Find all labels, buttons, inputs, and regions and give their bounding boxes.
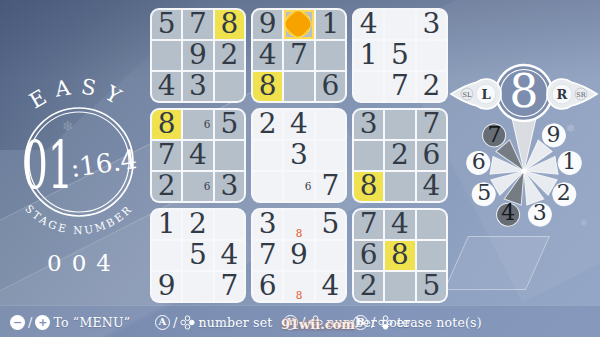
cell-r2c5[interactable]: 7 <box>284 41 313 70</box>
box-8: 38579684 <box>251 208 347 303</box>
cell-digit: 7 <box>422 110 440 138</box>
cell-r8c1[interactable] <box>152 241 181 270</box>
wheel-hub <box>521 168 526 173</box>
cell-digit: 5 <box>158 10 176 38</box>
cell-r6c6[interactable]: 7 <box>316 172 345 201</box>
stage-info-panel: EASY 01 :16.4 STAGE NUMBER 004 <box>0 75 160 290</box>
cell-r7c7[interactable]: 7 <box>354 210 383 239</box>
wheel-number-2: 2 <box>557 180 571 205</box>
cell-r3c6[interactable]: 6 <box>316 72 345 101</box>
cell-r1c7[interactable]: 4 <box>354 10 383 39</box>
cell-r7c5[interactable]: 8 <box>284 210 313 239</box>
cell-digit: 2 <box>259 110 277 138</box>
cell-r4c4[interactable]: 2 <box>253 110 282 139</box>
cell-digit: 4 <box>189 141 207 169</box>
cell-r6c3[interactable]: 3 <box>215 172 244 201</box>
cell-digit: 3 <box>422 10 440 38</box>
box-9: 746825 <box>352 208 448 303</box>
cell-digit: 7 <box>189 10 207 38</box>
note-digit: 6 <box>304 181 313 192</box>
cell-r9c1[interactable]: 9 <box>152 272 181 301</box>
timer-minutes: 01 <box>22 128 73 204</box>
cell-digit: 7 <box>158 141 176 169</box>
cell-r9c6[interactable]: 4 <box>316 272 345 301</box>
stage-number-value: 004 <box>47 250 121 276</box>
cell-r8c4[interactable]: 7 <box>253 241 282 270</box>
cell-r9c4[interactable]: 6 <box>253 272 282 301</box>
cell-digit: 9 <box>158 272 176 300</box>
cell-r5c2[interactable]: 4 <box>183 141 212 170</box>
cell-digit: 4 <box>422 172 440 200</box>
cell-r8c8[interactable]: 8 <box>385 241 414 270</box>
cell-digit: 7 <box>220 272 238 300</box>
cell-digit: 1 <box>321 10 339 38</box>
sr-button-label: SR <box>576 91 586 99</box>
cell-r6c5[interactable]: 6 <box>284 172 313 201</box>
hint-a: A/number set <box>155 306 273 337</box>
cell-r2c8[interactable]: 5 <box>385 41 414 70</box>
cell-r9c5[interactable]: 8 <box>284 272 313 301</box>
cell-r4c8[interactable] <box>385 110 414 139</box>
cell-digit: 9 <box>259 10 277 38</box>
cell-r4c6[interactable] <box>316 110 345 139</box>
wheel-number-6: 6 <box>472 149 486 174</box>
cell-r3c3[interactable] <box>215 72 244 101</box>
cell-digit: 5 <box>321 210 339 238</box>
cell-digit: 5 <box>422 272 440 300</box>
cell-r4c3[interactable]: 5 <box>215 110 244 139</box>
cell-digit: 7 <box>391 72 409 100</box>
b-button-icon[interactable]: B <box>353 315 368 330</box>
cell-r2c2[interactable]: 9 <box>183 41 212 70</box>
cell-r8c9[interactable] <box>417 241 446 270</box>
cell-digit: 4 <box>158 72 176 100</box>
cell-r9c9[interactable]: 5 <box>417 272 446 301</box>
cell-digit: 3 <box>220 172 238 200</box>
hint-b: B/erase note(s) <box>353 306 482 337</box>
cell-digit: 6 <box>422 141 440 169</box>
cell-r2c1[interactable] <box>152 41 181 70</box>
cell-digit: 3 <box>290 141 308 169</box>
cell-digit: 2 <box>220 41 238 69</box>
cell-digit: 2 <box>158 172 176 200</box>
cell-r3c9[interactable]: 2 <box>417 72 446 101</box>
cell-r7c1[interactable]: 1 <box>152 210 181 239</box>
cell-r1c6[interactable]: 1 <box>316 10 345 39</box>
cell-r7c8[interactable]: 4 <box>385 210 414 239</box>
r-bumper-button[interactable]: RSR <box>547 79 597 109</box>
cell-digit: 2 <box>391 141 409 169</box>
cell-digit: 4 <box>360 10 378 38</box>
plus-button-icon[interactable]: + <box>35 315 50 330</box>
cell-r1c1[interactable]: 5 <box>152 10 181 39</box>
game-screen: ❄ ❄ ❄ EASY 01 :16.4 STAGE NUMBER 004 578… <box>0 0 600 337</box>
minus-button-icon[interactable]: − <box>10 315 25 330</box>
box-6: 372684 <box>352 108 448 203</box>
cell-digit: 6 <box>321 72 339 100</box>
menu-hint: − / + To “MENU” <box>10 306 130 337</box>
cell-digit: 8 <box>220 10 238 38</box>
cell-digit: 5 <box>189 241 207 269</box>
wheel-number-3: 3 <box>533 200 547 225</box>
cell-r5c6[interactable] <box>316 141 345 170</box>
wheel-number-9: 9 <box>547 122 561 147</box>
cell-r6c8[interactable] <box>385 172 414 201</box>
pencil-notes: 6 <box>285 173 312 200</box>
cell-digit: 4 <box>321 272 339 300</box>
cell-r4c1[interactable]: 8 <box>152 110 181 139</box>
cell-r1c8[interactable] <box>385 10 414 39</box>
cell-r6c9[interactable]: 4 <box>417 172 446 201</box>
cell-r6c7[interactable]: 8 <box>354 172 383 201</box>
cell-r9c2[interactable] <box>183 272 212 301</box>
cell-r2c6[interactable] <box>316 41 345 70</box>
menu-hint-label: To “MENU” <box>53 315 130 330</box>
note-digit: 6 <box>203 181 212 192</box>
note-digit: 8 <box>294 290 303 301</box>
cell-r3c2[interactable]: 3 <box>183 72 212 101</box>
cell-r3c8[interactable]: 7 <box>385 72 414 101</box>
pencil-notes: 8 <box>285 211 312 238</box>
cell-r7c2[interactable]: 2 <box>183 210 212 239</box>
box-2: 914786 <box>251 8 347 103</box>
sudoku-board: 5789243914786431572865742632436737268412… <box>150 8 448 303</box>
cell-r9c3[interactable]: 7 <box>215 272 244 301</box>
cell-r5c4[interactable] <box>253 141 282 170</box>
box-5: 24367 <box>251 108 347 203</box>
cell-r2c9[interactable] <box>417 41 446 70</box>
watermark: 91wii.com <box>281 317 355 332</box>
cell-digit: 4 <box>391 210 409 238</box>
cell-r3c5[interactable] <box>284 72 313 101</box>
cell-r7c4[interactable]: 3 <box>253 210 282 239</box>
cell-digit: 3 <box>189 72 207 100</box>
cell-r1c4[interactable]: 9 <box>253 10 282 39</box>
cell-r9c7[interactable]: 2 <box>354 272 383 301</box>
button-cluster-icon <box>180 315 195 330</box>
cell-r5c3[interactable] <box>215 141 244 170</box>
cell-r3c7[interactable] <box>354 72 383 101</box>
cell-r7c6[interactable]: 5 <box>316 210 345 239</box>
cell-digit: 3 <box>259 210 277 238</box>
cell-r5c8[interactable]: 2 <box>385 141 414 170</box>
cell-r5c5[interactable]: 3 <box>284 141 313 170</box>
cell-digit: 1 <box>360 41 378 69</box>
cell-digit: 5 <box>220 110 238 138</box>
cell-r5c7[interactable] <box>354 141 383 170</box>
cell-digit: 7 <box>321 172 339 200</box>
cell-r2c4[interactable]: 4 <box>253 41 282 70</box>
cell-r4c2[interactable]: 6 <box>183 110 212 139</box>
cell-r3c4[interactable]: 8 <box>253 72 282 101</box>
cell-digit: 8 <box>259 72 277 100</box>
cell-r2c3[interactable]: 2 <box>215 41 244 70</box>
cell-digit: 4 <box>259 41 277 69</box>
cell-r1c9[interactable]: 3 <box>417 10 446 39</box>
sl-button-label: SL <box>463 91 472 99</box>
cell-digit: 4 <box>290 110 308 138</box>
cell-r3c1[interactable]: 4 <box>152 72 181 101</box>
cell-digit: 8 <box>158 110 176 138</box>
box-3: 431572 <box>352 8 448 103</box>
cell-r7c9[interactable] <box>417 210 446 239</box>
pencil-notes: 6 <box>184 173 211 200</box>
cell-r6c4[interactable] <box>253 172 282 201</box>
l-button-label: L <box>481 87 490 102</box>
button-cluster-icon <box>378 315 393 330</box>
cell-digit: 7 <box>290 41 308 69</box>
r-button-label: R <box>557 87 568 102</box>
pencil-notes: 6 <box>184 111 211 138</box>
cell-r4c9[interactable]: 7 <box>417 110 446 139</box>
cell-r5c9[interactable]: 6 <box>417 141 446 170</box>
cell-r4c7[interactable]: 3 <box>354 110 383 139</box>
cell-digit: 5 <box>391 41 409 69</box>
wheel-number-1: 1 <box>562 149 576 174</box>
cell-digit: 2 <box>189 210 207 238</box>
cell-r5c1[interactable]: 7 <box>152 141 181 170</box>
cell-r9c8[interactable] <box>385 272 414 301</box>
selection-cursor <box>284 10 313 39</box>
cell-r4c5[interactable]: 4 <box>284 110 313 139</box>
cell-digit: 7 <box>360 210 378 238</box>
note-digit: 6 <box>203 119 212 130</box>
a-button-icon[interactable]: A <box>155 315 170 330</box>
bg-parallelogram-outline <box>444 236 550 290</box>
cell-digit: 4 <box>220 241 238 269</box>
box-1: 5789243 <box>150 8 246 103</box>
cell-digit: 9 <box>290 241 308 269</box>
stage-number-label: STAGE NUMBER <box>23 202 135 236</box>
pencil-notes: 8 <box>285 273 312 300</box>
hint-label: number set <box>198 315 272 330</box>
box-4: 86574263 <box>150 108 246 203</box>
cell-r1c5[interactable] <box>284 10 313 39</box>
cell-digit: 1 <box>158 210 176 238</box>
cell-digit: 9 <box>189 41 207 69</box>
cell-digit: 6 <box>259 272 277 300</box>
number-wheel: 891234567LSLRSR <box>445 58 600 232</box>
cell-r8c7[interactable]: 6 <box>354 241 383 270</box>
cell-digit: 8 <box>391 241 409 269</box>
cell-digit: 6 <box>360 241 378 269</box>
wheel-number-7: 7 <box>487 122 501 147</box>
wheel-number-5: 5 <box>477 180 491 205</box>
note-digit: 8 <box>294 228 303 239</box>
cell-digit: 8 <box>360 172 378 200</box>
cell-r8c6[interactable] <box>316 241 345 270</box>
cell-r2c7[interactable]: 1 <box>354 41 383 70</box>
box-7: 125497 <box>150 208 246 303</box>
cell-r1c2[interactable]: 7 <box>183 10 212 39</box>
cell-r6c2[interactable]: 6 <box>183 172 212 201</box>
cell-digit: 3 <box>360 110 378 138</box>
cell-digit: 2 <box>422 72 440 100</box>
cell-digit: 7 <box>259 241 277 269</box>
cell-r7c3[interactable] <box>215 210 244 239</box>
wheel-selected-number: 8 <box>509 64 538 118</box>
cell-digit: 2 <box>360 272 378 300</box>
hint-label: erase note(s) <box>396 315 481 330</box>
cell-r8c5[interactable]: 9 <box>284 241 313 270</box>
l-bumper-button[interactable]: LSL <box>451 79 501 109</box>
cell-r6c1[interactable]: 2 <box>152 172 181 201</box>
cell-r8c2[interactable]: 5 <box>183 241 212 270</box>
timer-seconds: :16.4 <box>69 144 139 183</box>
cell-r8c3[interactable]: 4 <box>215 241 244 270</box>
cell-r1c3[interactable]: 8 <box>215 10 244 39</box>
wheel-number-4: 4 <box>501 200 515 225</box>
